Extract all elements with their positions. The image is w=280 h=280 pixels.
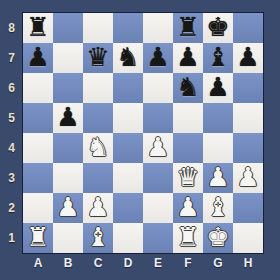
square-c1[interactable]: ♝ [83, 223, 113, 253]
square-h2[interactable] [233, 193, 263, 223]
file-label-e: E [143, 253, 173, 280]
rank-label-7: 7 [0, 43, 23, 73]
square-b7[interactable] [53, 43, 83, 73]
black-pawn-g6[interactable]: ♟ [206, 74, 229, 100]
rank-label-4: 4 [0, 133, 23, 163]
square-a7[interactable]: ♟ [23, 43, 53, 73]
square-g3[interactable]: ♟ [203, 163, 233, 193]
square-f7[interactable]: ♟ [173, 43, 203, 73]
chess-board: ♜♜♚♟♛♞♟♟♝♟♞♟♟♞♟♛♟♟♟♟♟♝♜♝♜♚ [23, 13, 263, 253]
black-pawn-h7[interactable]: ♟ [236, 44, 259, 70]
square-f4[interactable] [173, 133, 203, 163]
square-e5[interactable] [143, 103, 173, 133]
black-pawn-e7[interactable]: ♟ [146, 44, 169, 70]
white-bishop-c1[interactable]: ♝ [86, 224, 109, 250]
square-f1[interactable]: ♜ [173, 223, 203, 253]
square-e1[interactable] [143, 223, 173, 253]
square-g7[interactable]: ♝ [203, 43, 233, 73]
square-c8[interactable] [83, 13, 113, 43]
square-h3[interactable]: ♟ [233, 163, 263, 193]
file-label-a: A [23, 253, 53, 280]
square-a8[interactable]: ♜ [23, 13, 53, 43]
rank-label-3: 3 [0, 163, 23, 193]
white-bishop-g2[interactable]: ♝ [206, 194, 229, 220]
square-f3[interactable]: ♛ [173, 163, 203, 193]
rank-label-5: 5 [0, 103, 23, 133]
square-c6[interactable] [83, 73, 113, 103]
square-a1[interactable]: ♜ [23, 223, 53, 253]
white-pawn-b2[interactable]: ♟ [56, 194, 79, 220]
square-g4[interactable] [203, 133, 233, 163]
square-f2[interactable]: ♟ [173, 193, 203, 223]
square-g8[interactable]: ♚ [203, 13, 233, 43]
square-h5[interactable] [233, 103, 263, 133]
square-c5[interactable] [83, 103, 113, 133]
file-labels: ABCDEFGH [23, 253, 263, 280]
black-pawn-f7[interactable]: ♟ [176, 44, 199, 70]
square-b3[interactable] [53, 163, 83, 193]
black-knight-d7[interactable]: ♞ [116, 44, 139, 70]
rank-labels: 87654321 [0, 13, 23, 253]
white-pawn-h3[interactable]: ♟ [236, 164, 259, 190]
black-queen-c7[interactable]: ♛ [86, 44, 109, 70]
file-label-f: F [173, 253, 203, 280]
square-d3[interactable] [113, 163, 143, 193]
white-pawn-g3[interactable]: ♟ [206, 164, 229, 190]
square-d7[interactable]: ♞ [113, 43, 143, 73]
white-pawn-e4[interactable]: ♟ [146, 134, 169, 160]
rank-label-2: 2 [0, 193, 23, 223]
black-knight-f6[interactable]: ♞ [176, 74, 199, 100]
square-a3[interactable] [23, 163, 53, 193]
square-d1[interactable] [113, 223, 143, 253]
square-c3[interactable] [83, 163, 113, 193]
square-b5[interactable]: ♟ [53, 103, 83, 133]
square-g1[interactable]: ♚ [203, 223, 233, 253]
black-rook-f8[interactable]: ♜ [176, 14, 199, 40]
rank-label-1: 1 [0, 223, 23, 253]
square-g5[interactable] [203, 103, 233, 133]
square-g2[interactable]: ♝ [203, 193, 233, 223]
white-king-g1[interactable]: ♚ [206, 224, 229, 250]
square-g6[interactable]: ♟ [203, 73, 233, 103]
square-b6[interactable] [53, 73, 83, 103]
rank-label-6: 6 [0, 73, 23, 103]
square-e7[interactable]: ♟ [143, 43, 173, 73]
square-e4[interactable]: ♟ [143, 133, 173, 163]
square-c2[interactable]: ♟ [83, 193, 113, 223]
white-pawn-c2[interactable]: ♟ [86, 194, 109, 220]
white-rook-a1[interactable]: ♜ [26, 224, 49, 250]
rank-label-8: 8 [0, 13, 23, 43]
square-a6[interactable] [23, 73, 53, 103]
white-queen-f3[interactable]: ♛ [176, 164, 199, 190]
square-c4[interactable]: ♞ [83, 133, 113, 163]
file-label-g: G [203, 253, 233, 280]
white-rook-f1[interactable]: ♜ [176, 224, 199, 250]
square-f8[interactable]: ♜ [173, 13, 203, 43]
file-label-b: B [53, 253, 83, 280]
square-b4[interactable] [53, 133, 83, 163]
black-bishop-g7[interactable]: ♝ [206, 44, 229, 70]
file-label-h: H [233, 253, 263, 280]
square-d5[interactable] [113, 103, 143, 133]
square-d2[interactable] [113, 193, 143, 223]
square-b8[interactable] [53, 13, 83, 43]
square-d6[interactable] [113, 73, 143, 103]
square-h8[interactable] [233, 13, 263, 43]
square-a5[interactable] [23, 103, 53, 133]
chess-board-frame: 87654321 ♜♜♚♟♛♞♟♟♝♟♞♟♟♞♟♛♟♟♟♟♟♝♜♝♜♚ ABCD… [0, 0, 280, 280]
square-b2[interactable]: ♟ [53, 193, 83, 223]
square-e8[interactable] [143, 13, 173, 43]
square-a4[interactable] [23, 133, 53, 163]
black-pawn-b5[interactable]: ♟ [56, 104, 79, 130]
square-c7[interactable]: ♛ [83, 43, 113, 73]
square-e3[interactable] [143, 163, 173, 193]
square-h6[interactable] [233, 73, 263, 103]
square-e2[interactable] [143, 193, 173, 223]
black-king-g8[interactable]: ♚ [206, 14, 229, 40]
square-e6[interactable] [143, 73, 173, 103]
file-label-c: C [83, 253, 113, 280]
black-pawn-a7[interactable]: ♟ [26, 44, 49, 70]
square-a2[interactable] [23, 193, 53, 223]
square-f5[interactable] [173, 103, 203, 133]
square-b1[interactable] [53, 223, 83, 253]
square-d4[interactable] [113, 133, 143, 163]
square-h4[interactable] [233, 133, 263, 163]
white-pawn-f2[interactable]: ♟ [176, 194, 199, 220]
square-h7[interactable]: ♟ [233, 43, 263, 73]
square-d8[interactable] [113, 13, 143, 43]
white-knight-c4[interactable]: ♞ [86, 134, 109, 160]
file-label-d: D [113, 253, 143, 280]
square-f6[interactable]: ♞ [173, 73, 203, 103]
black-rook-a8[interactable]: ♜ [26, 14, 49, 40]
square-h1[interactable] [233, 223, 263, 253]
